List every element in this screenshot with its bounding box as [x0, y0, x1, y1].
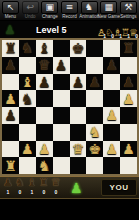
square-a7[interactable]: ♟	[2, 57, 19, 74]
square-d5[interactable]	[53, 90, 70, 107]
piece-white-bishop: ♝	[21, 75, 34, 89]
square-b8[interactable]: ♞	[19, 40, 36, 57]
square-a1[interactable]: ♜	[2, 157, 19, 174]
undo-hand-button: ↩Undo	[21, 1, 40, 20]
piece-black-pawn: ♟	[89, 75, 102, 89]
square-a6[interactable]	[2, 74, 19, 91]
square-d6[interactable]	[53, 74, 70, 91]
square-c2[interactable]: ♟	[36, 141, 53, 158]
square-g8[interactable]	[103, 40, 120, 57]
piece-white-pawn: ♟	[21, 142, 34, 156]
piece-black-pawn: ♟	[105, 58, 118, 72]
record-label: Record	[62, 14, 77, 20]
square-b1[interactable]	[19, 157, 36, 174]
square-d7[interactable]: ♟	[53, 57, 70, 74]
turn-indicator-green-pawn-icon: ♟	[70, 179, 83, 197]
square-h7[interactable]	[120, 57, 137, 74]
piece-white-knight: ♞	[89, 125, 102, 139]
square-g4[interactable]: ♟	[103, 107, 120, 124]
square-e3[interactable]	[70, 124, 87, 141]
bottom-bar: ♟1♞0♝1♜0♛0 ♟ YOU	[0, 176, 139, 199]
square-d2[interactable]	[53, 141, 70, 158]
square-c5[interactable]	[36, 90, 53, 107]
piece-white-rook: ♜	[4, 159, 17, 173]
square-d3[interactable]	[53, 124, 70, 141]
piece-black-queen: ♛	[38, 58, 51, 72]
square-g6[interactable]	[103, 74, 120, 91]
piece-black-pawn: ♟	[4, 58, 17, 72]
board-frame: ♜♞♝♚♜♟♛♟♟♝♟♟♟♟♟♞♟♟♟♞♟♟♛♚♟♟♜♞	[0, 38, 139, 176]
captured-queen-slot: ♕0	[129, 22, 137, 38]
status-bar: ♟ Level 5 ♙1♘0♗1♖1♕0	[0, 21, 139, 38]
new-game-icon: ▦	[100, 1, 117, 14]
menu-icon: ↖	[2, 1, 19, 14]
square-e8[interactable]: ♚	[70, 40, 87, 57]
square-h6[interactable]: ♟	[120, 74, 137, 91]
square-b4[interactable]	[19, 107, 36, 124]
player-panel: YOU	[101, 179, 137, 196]
square-e1[interactable]	[70, 157, 87, 174]
piece-black-rook: ♜	[122, 41, 135, 55]
knight-icon: ♞	[15, 177, 25, 189]
change-icon: ▣	[41, 1, 58, 14]
square-c8[interactable]: ♝	[36, 40, 53, 57]
square-e5[interactable]	[70, 90, 87, 107]
square-f1[interactable]	[86, 157, 103, 174]
square-g3[interactable]	[103, 124, 120, 141]
square-b6[interactable]: ♝	[19, 74, 36, 91]
level-label: Level 5	[36, 25, 67, 35]
captured-count: 0	[19, 189, 22, 195]
square-e4[interactable]	[70, 107, 87, 124]
square-d1[interactable]	[53, 157, 70, 174]
captured-white-tray: ♙1♘0♗1♖1♕0	[97, 22, 137, 38]
piece-white-pawn: ♟	[122, 92, 135, 106]
piece-black-rook: ♜	[4, 41, 17, 55]
record-icon: ≡	[61, 1, 78, 14]
menu-label: Menu	[5, 14, 16, 20]
square-g7[interactable]: ♟	[103, 57, 120, 74]
new-game-label: New Game	[98, 14, 121, 20]
chess-app-screen: ↖Menu↩Undo▣Change≡Record♞Animation▦New G…	[0, 0, 139, 220]
square-a8[interactable]: ♜	[2, 40, 19, 57]
square-a5[interactable]: ♟	[2, 90, 19, 107]
cpu-side-pawn-icon: ♟	[2, 22, 18, 38]
captured-pawn-slot: ♟1	[2, 177, 14, 198]
square-a4[interactable]: ♟	[2, 107, 19, 124]
captured-count: 1	[31, 189, 34, 195]
square-e7[interactable]	[70, 57, 87, 74]
menu-button[interactable]: ↖Menu	[1, 1, 20, 20]
square-f4[interactable]	[86, 107, 103, 124]
square-f5[interactable]	[86, 90, 103, 107]
piece-black-bishop: ♝	[38, 41, 51, 55]
piece-white-pawn: ♟	[105, 108, 118, 122]
square-a2[interactable]	[2, 141, 19, 158]
square-g5[interactable]	[103, 90, 120, 107]
piece-black-pawn: ♟	[38, 75, 51, 89]
piece-white-knight: ♞	[38, 159, 51, 173]
piece-black-king: ♚	[72, 41, 85, 55]
captured-pawn-slot: ♙1	[97, 22, 105, 38]
piece-black-knight: ♞	[21, 92, 34, 106]
square-d4[interactable]	[53, 107, 70, 124]
square-b7[interactable]	[19, 57, 36, 74]
captured-rook-slot: ♖1	[121, 22, 129, 38]
square-g2[interactable]: ♟	[103, 141, 120, 158]
square-f3[interactable]: ♞	[86, 124, 103, 141]
square-c3[interactable]	[36, 124, 53, 141]
captured-bishop-slot: ♗1	[113, 22, 121, 38]
captured-count: 0	[43, 189, 46, 195]
square-a3[interactable]	[2, 124, 19, 141]
square-e2[interactable]: ♛	[70, 141, 87, 158]
square-c6[interactable]: ♟	[36, 74, 53, 91]
captured-rook-slot: ♜0	[38, 177, 50, 198]
captured-count: 0	[55, 189, 58, 195]
square-f7[interactable]	[86, 57, 103, 74]
animation-icon: ♞	[81, 1, 98, 14]
piece-white-pawn: ♟	[38, 142, 51, 156]
square-b3[interactable]	[19, 124, 36, 141]
change-button[interactable]: ▣Change	[40, 1, 59, 20]
animation-label: Animation	[79, 14, 99, 20]
piece-black-pawn: ♟	[4, 108, 17, 122]
record-button[interactable]: ≡Record	[60, 1, 79, 20]
captured-black-tray: ♟1♞0♝1♜0♛0	[2, 177, 62, 198]
you-label: YOU	[110, 183, 129, 192]
piece-black-pawn: ♟	[72, 75, 85, 89]
undo-hand-label: Undo	[25, 14, 36, 20]
piece-white-pawn: ♟	[4, 92, 17, 106]
piece-white-pawn: ♟	[122, 142, 135, 156]
chess-board: ♜♞♝♚♜♟♛♟♟♝♟♟♟♟♟♞♟♟♟♞♟♟♛♚♟♟♜♞	[2, 40, 137, 174]
square-e6[interactable]: ♟	[70, 74, 87, 91]
captured-queen-slot: ♛0	[50, 177, 62, 198]
square-h1[interactable]	[120, 157, 137, 174]
piece-black-pawn: ♟	[55, 58, 68, 72]
piece-white-pawn: ♟	[105, 142, 118, 156]
queen-icon: ♛	[51, 177, 61, 189]
captured-knight-slot: ♞0	[14, 177, 26, 198]
piece-black-pawn: ♟	[122, 75, 135, 89]
settings-label: Settings	[120, 14, 136, 20]
square-f2[interactable]: ♚	[86, 141, 103, 158]
rook-icon: ♜	[39, 177, 49, 189]
square-c1[interactable]: ♞	[36, 157, 53, 174]
animation-button[interactable]: ♞Animation	[80, 1, 99, 20]
square-c4[interactable]	[36, 107, 53, 124]
piece-white-queen: ♛	[72, 142, 85, 156]
pawn-icon: ♟	[3, 177, 13, 189]
bishop-icon: ♝	[27, 177, 37, 189]
new-game-button[interactable]: ▦New Game	[99, 1, 118, 20]
square-h4[interactable]	[120, 107, 137, 124]
square-h8[interactable]: ♜	[120, 40, 137, 57]
square-b5[interactable]: ♞	[19, 90, 36, 107]
square-f8[interactable]	[86, 40, 103, 57]
square-g1[interactable]	[103, 157, 120, 174]
change-label: Change	[42, 14, 58, 20]
square-h5[interactable]: ♟	[120, 90, 137, 107]
square-c7[interactable]: ♛	[36, 57, 53, 74]
undo-hand-icon: ↩	[22, 1, 39, 14]
settings-icon: ⚒	[120, 1, 137, 14]
captured-bishop-slot: ♝1	[26, 177, 38, 198]
toolbar: ↖Menu↩Undo▣Change≡Record♞Animation▦New G…	[0, 0, 139, 21]
captured-count: 1	[7, 189, 10, 195]
captured-knight-slot: ♘0	[105, 22, 113, 38]
settings-button[interactable]: ⚒Settings	[119, 1, 138, 20]
piece-black-knight: ♞	[21, 41, 34, 55]
square-h3[interactable]	[120, 124, 137, 141]
square-d8[interactable]	[53, 40, 70, 57]
piece-white-king: ♚	[89, 142, 102, 156]
square-h2[interactable]: ♟	[120, 141, 137, 158]
square-b2[interactable]: ♟	[19, 141, 36, 158]
square-f6[interactable]: ♟	[86, 74, 103, 91]
